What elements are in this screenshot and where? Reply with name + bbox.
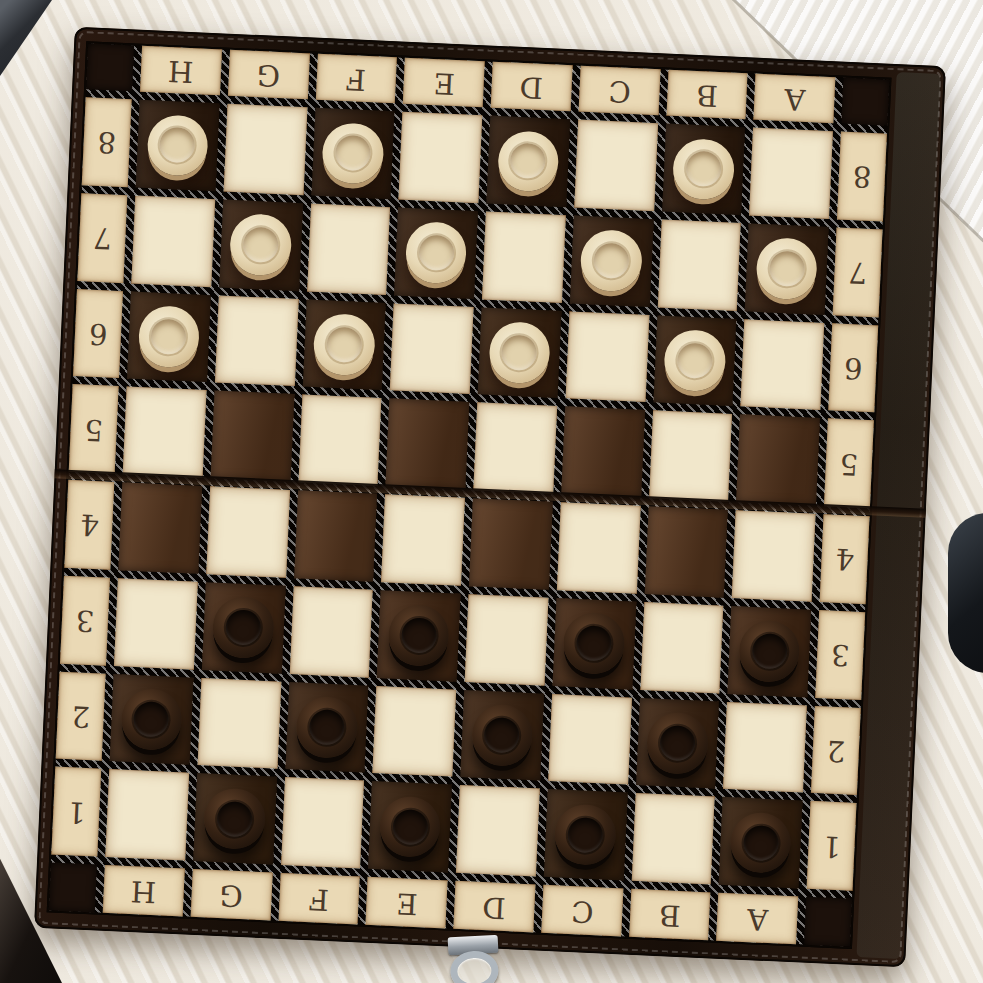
square-g6[interactable] [215,295,299,386]
file-label-cell: G [190,869,272,921]
rank-label-cell: 8 [82,97,132,187]
file-label-cell: F [278,873,360,925]
checker-dark-piece[interactable] [203,787,266,850]
square-f5[interactable] [298,395,382,486]
square-c6[interactable] [565,311,649,402]
file-label-cell: D [453,881,535,933]
rank-label-cell: 6 [73,289,123,379]
rank-label-cell: 1 [51,767,101,857]
rank-label-cell: 7 [77,193,127,283]
file-label-cell: C [541,885,623,937]
square-f8[interactable] [311,108,395,199]
file-label-cell: D [491,62,573,112]
rank-label-right: 1 [822,831,842,861]
file-label-bottom: A [746,904,768,934]
square-a1[interactable] [719,797,803,888]
file-label-bottom: F [308,884,329,914]
square-e1[interactable] [368,781,452,872]
square-b7[interactable] [657,219,741,310]
checker-dark-piece[interactable] [470,704,533,767]
square-f7[interactable] [307,203,391,294]
square-a7[interactable] [745,223,829,314]
square-h5[interactable] [123,387,207,478]
file-label-top: A [783,83,805,113]
file-label-bottom: D [482,892,507,922]
rank-label-cell: 2 [811,705,861,795]
square-a4[interactable] [732,510,816,601]
square-d4[interactable] [469,498,553,589]
file-label-top: B [696,79,719,109]
rank-label-cell: 5 [69,384,119,474]
file-label-bottom: H [130,876,157,906]
frame-corner [841,78,889,126]
checker-white-piece[interactable] [496,130,559,193]
rank-label-right: 7 [848,257,868,287]
square-g3[interactable] [202,582,286,673]
rank-label-left: 8 [97,127,117,157]
square-c7[interactable] [570,215,654,306]
square-c1[interactable] [544,789,628,880]
checker-dark-piece[interactable] [120,688,183,751]
square-c4[interactable] [557,502,641,593]
checker-white-piece[interactable] [312,313,375,376]
square-h1[interactable] [105,769,189,860]
square-a2[interactable] [723,701,807,792]
checkers-board: HGFEDCBA8877665544332211HGFEDCBA [34,27,946,968]
rank-label-cell: 3 [815,610,865,700]
checker-dark-piece[interactable] [387,604,450,667]
square-g5[interactable] [210,391,294,482]
square-a6[interactable] [741,319,825,410]
rank-label-cell: 6 [828,323,878,413]
file-label-bottom: B [658,900,681,930]
file-label-top: H [168,55,195,85]
rank-label-left: 4 [79,510,99,540]
square-g1[interactable] [193,773,277,864]
scene: { "game": "checkers", "board": { "files_… [0,0,983,983]
square-f3[interactable] [289,586,373,677]
checker-white-piece[interactable] [663,329,726,392]
file-label-top: E [433,68,455,98]
file-label-top: D [519,71,544,101]
square-h3[interactable] [114,578,198,669]
file-label-cell: E [366,877,448,929]
square-h6[interactable] [127,291,211,382]
frame-corner [804,897,852,947]
square-d6[interactable] [478,307,562,398]
checker-white-piece[interactable] [672,138,735,201]
checker-dark-piece[interactable] [562,612,625,675]
square-e7[interactable] [394,207,478,298]
dark-object-right [948,513,983,673]
square-b1[interactable] [631,793,715,884]
square-h8[interactable] [136,100,220,191]
checker-white-piece[interactable] [321,122,384,185]
rank-label-right: 4 [835,544,855,574]
file-label-bottom: C [570,896,593,926]
checker-white-piece[interactable] [404,221,467,284]
square-a8[interactable] [749,128,833,219]
rank-label-left: 5 [84,414,104,444]
file-label-cell: H [140,46,222,96]
file-label-top: C [607,75,630,105]
file-label-cell: A [754,74,836,124]
square-h7[interactable] [131,195,215,286]
file-label-cell: F [315,54,397,104]
frame-corner [86,43,134,91]
rank-label-cell: 7 [833,227,883,317]
metal-clasp [445,935,504,983]
square-b5[interactable] [649,411,733,502]
square-g7[interactable] [219,199,303,290]
rank-label-left: 6 [88,319,108,349]
square-b3[interactable] [640,602,724,693]
rank-label-right: 8 [852,162,872,192]
square-b6[interactable] [653,315,737,406]
square-f2[interactable] [285,682,369,773]
file-label-top: G [256,60,280,90]
checker-dark-piece[interactable] [646,711,709,774]
rank-label-right: 6 [843,353,863,383]
rank-label-cell: 2 [56,671,106,761]
square-e8[interactable] [399,112,483,203]
checker-white-piece[interactable] [580,229,643,292]
square-d5[interactable] [473,403,557,494]
checker-dark-piece[interactable] [738,620,801,683]
checker-white-piece[interactable] [229,213,292,276]
checker-dark-piece[interactable] [729,811,792,874]
square-h2[interactable] [110,674,194,765]
square-e6[interactable] [390,303,474,394]
square-g8[interactable] [223,104,307,195]
square-g2[interactable] [197,678,281,769]
square-c8[interactable] [574,120,658,211]
file-label-cell: G [228,50,310,100]
square-c3[interactable] [552,598,636,689]
dark-object-top-left [0,0,52,76]
checker-white-piece[interactable] [488,321,551,384]
square-f4[interactable] [294,490,378,581]
file-label-cell: B [666,70,748,120]
checker-dark-piece[interactable] [378,795,441,858]
rank-label-left: 7 [92,223,112,253]
checker-white-piece[interactable] [146,114,209,177]
square-e2[interactable] [373,686,457,777]
rank-label-cell: 4 [64,480,114,570]
square-e3[interactable] [377,590,461,681]
rank-label-cell: 1 [807,801,857,891]
square-e4[interactable] [381,494,465,585]
rank-label-cell: 3 [60,576,110,666]
rank-label-right: 2 [826,735,846,765]
rank-label-cell: 5 [824,418,874,508]
rank-label-right: 5 [839,448,859,478]
square-a5[interactable] [736,415,820,506]
file-label-bottom: G [219,880,243,910]
square-e5[interactable] [386,399,470,490]
square-f6[interactable] [302,299,386,390]
square-f1[interactable] [281,777,365,868]
square-d1[interactable] [456,785,540,876]
file-label-cell: C [578,66,660,116]
square-d2[interactable] [460,690,544,781]
file-label-top: F [346,64,367,94]
square-b2[interactable] [636,697,720,788]
square-h4[interactable] [118,482,202,573]
rank-label-cell: 8 [837,132,887,222]
square-d8[interactable] [486,116,570,207]
rank-label-left: 2 [71,701,91,731]
file-label-cell: H [103,865,185,917]
file-label-cell: B [629,889,711,941]
checker-dark-piece[interactable] [212,596,275,659]
square-b8[interactable] [662,124,746,215]
square-d7[interactable] [482,211,566,302]
checker-white-piece[interactable] [137,305,200,368]
square-d3[interactable] [465,594,549,685]
file-label-bottom: E [395,888,417,918]
frame-corner [49,862,97,912]
checker-dark-piece[interactable] [295,696,358,759]
checker-dark-piece[interactable] [554,803,617,866]
square-a3[interactable] [728,606,812,697]
square-c2[interactable] [548,694,632,785]
rank-label-cell: 4 [820,514,870,604]
rank-label-left: 3 [75,605,95,635]
checker-white-piece[interactable] [755,237,818,300]
file-label-cell: E [403,58,485,108]
rank-label-right: 3 [830,640,850,670]
square-b4[interactable] [644,506,728,597]
square-c5[interactable] [561,407,645,498]
file-label-cell: A [716,893,798,945]
square-g4[interactable] [206,486,290,577]
rank-label-left: 1 [66,797,86,827]
